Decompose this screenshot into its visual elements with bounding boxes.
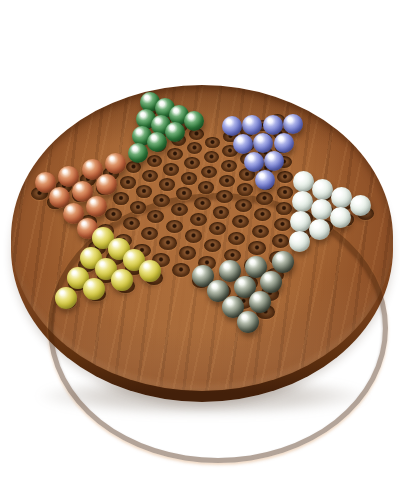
marble-red[interactable] — [96, 174, 117, 195]
board-hole[interactable] — [166, 220, 183, 233]
board-hole[interactable] — [147, 155, 163, 167]
board-hole[interactable] — [216, 190, 232, 203]
marble-white[interactable] — [312, 179, 333, 200]
marble-white[interactable] — [290, 211, 311, 232]
board-hole[interactable] — [219, 175, 235, 188]
board-hole[interactable] — [194, 197, 211, 210]
board-hole[interactable] — [252, 225, 269, 238]
board-hole[interactable] — [276, 202, 293, 215]
marble-blue[interactable] — [253, 133, 273, 153]
marble-black[interactable] — [260, 271, 282, 293]
board-hole[interactable] — [185, 229, 202, 243]
marble-white[interactable] — [330, 207, 351, 228]
board-hole[interactable] — [256, 192, 272, 205]
board-hole[interactable] — [130, 201, 147, 214]
board-hole[interactable] — [190, 213, 207, 226]
marble-blue[interactable] — [233, 134, 253, 154]
product-photo-scene — [0, 0, 400, 480]
board-hole[interactable] — [221, 160, 237, 172]
board-hole[interactable] — [159, 236, 176, 250]
board-hole[interactable] — [181, 172, 197, 185]
board-hole[interactable] — [198, 181, 214, 194]
marble-yellow[interactable] — [55, 287, 77, 309]
board-hole[interactable] — [153, 194, 170, 207]
marble-white[interactable] — [292, 191, 313, 212]
board-hole[interactable] — [248, 241, 265, 255]
board-hole[interactable] — [159, 178, 175, 191]
marble-white[interactable] — [311, 199, 332, 220]
board-hole[interactable] — [201, 166, 217, 178]
marble-white[interactable] — [350, 195, 371, 216]
board-hole[interactable] — [163, 163, 179, 175]
board-hole[interactable] — [235, 199, 252, 212]
marble-black[interactable] — [272, 251, 294, 273]
board-hole[interactable] — [213, 206, 230, 219]
marble-blue[interactable] — [274, 133, 294, 153]
marble-green[interactable] — [184, 111, 204, 131]
marble-yellow[interactable] — [111, 269, 133, 291]
marble-blue[interactable] — [264, 151, 284, 171]
board-hole[interactable] — [113, 192, 130, 205]
marble-black[interactable] — [249, 291, 271, 313]
board-hole[interactable] — [204, 151, 219, 163]
marble-green[interactable] — [147, 132, 167, 152]
board-hole[interactable] — [184, 157, 200, 169]
marble-yellow[interactable] — [139, 260, 161, 282]
board-hole[interactable] — [141, 227, 158, 241]
board-hole[interactable] — [274, 218, 291, 231]
board-hole[interactable] — [179, 246, 197, 260]
marble-blue[interactable] — [263, 115, 283, 135]
marble-blue[interactable] — [242, 115, 262, 135]
marble-blue[interactable] — [222, 116, 242, 136]
marble-white[interactable] — [289, 231, 310, 252]
marble-green[interactable] — [165, 122, 185, 142]
marble-black[interactable] — [237, 311, 259, 333]
board-hole[interactable] — [123, 217, 140, 230]
marble-red[interactable] — [86, 196, 107, 217]
marble-yellow[interactable] — [83, 278, 105, 300]
board-hole[interactable] — [142, 170, 158, 183]
marble-white[interactable] — [293, 171, 314, 192]
board-hole[interactable] — [272, 234, 289, 248]
board-hole[interactable] — [105, 208, 122, 221]
marble-white[interactable] — [331, 187, 352, 208]
board-hole[interactable] — [277, 171, 293, 183]
board-hole[interactable] — [277, 186, 293, 199]
marble-red[interactable] — [105, 153, 126, 174]
marble-blue[interactable] — [283, 114, 303, 134]
board-hole[interactable] — [120, 176, 136, 189]
board-hole[interactable] — [209, 222, 226, 235]
marble-white[interactable] — [309, 219, 330, 240]
marble-blue[interactable] — [255, 170, 275, 190]
marble-blue[interactable] — [244, 152, 264, 172]
marble-green[interactable] — [128, 143, 148, 163]
